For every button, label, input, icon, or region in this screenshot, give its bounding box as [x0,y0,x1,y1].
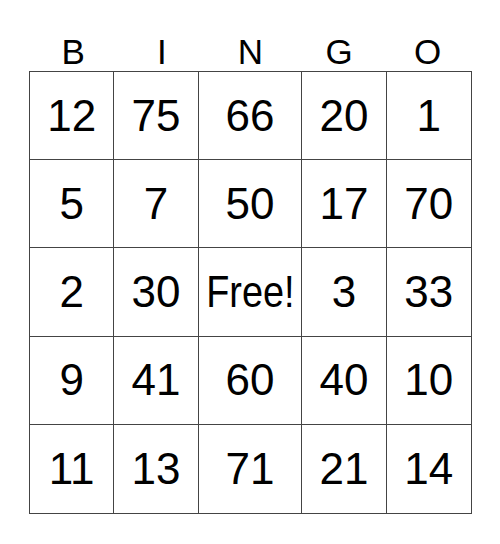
bingo-cell-r1c2[interactable]: 50 [199,160,303,248]
bingo-cell-r1c0[interactable]: 5 [30,160,114,248]
bingo-cell-r4c2[interactable]: 71 [199,425,303,513]
bingo-cell-r3c4[interactable]: 10 [387,337,471,425]
bingo-cell-r4c0[interactable]: 11 [30,425,114,513]
bingo-cell-r0c2[interactable]: 66 [199,72,303,160]
bingo-cell-r3c3[interactable]: 40 [302,337,386,425]
bingo-cell-r0c0[interactable]: 12 [30,72,114,160]
bingo-cell-r4c3[interactable]: 21 [302,425,386,513]
header-letter-n: N [206,0,295,71]
bingo-card: B I N G O 12 75 66 20 1 5 7 50 17 70 2 3… [0,0,500,544]
header-letter-o: O [383,0,472,71]
header-letter-g: G [295,0,384,71]
header-letter-b: B [29,0,118,71]
bingo-cell-r0c1[interactable]: 75 [114,72,198,160]
bingo-cell-r2c3[interactable]: 3 [302,248,386,336]
bingo-cell-r1c1[interactable]: 7 [114,160,198,248]
bingo-cell-r0c3[interactable]: 20 [302,72,386,160]
bingo-cell-r2c1[interactable]: 30 [114,248,198,336]
bingo-grid: 12 75 66 20 1 5 7 50 17 70 2 30 Free! 3 … [29,71,472,514]
bingo-cell-r0c4[interactable]: 1 [387,72,471,160]
bingo-cell-r3c1[interactable]: 41 [114,337,198,425]
bingo-cell-free[interactable]: Free! [199,248,303,336]
bingo-cell-r1c3[interactable]: 17 [302,160,386,248]
bingo-header: B I N G O [29,0,472,71]
free-space-label: Free! [206,270,294,314]
bingo-cell-r3c0[interactable]: 9 [30,337,114,425]
bingo-cell-r3c2[interactable]: 60 [199,337,303,425]
bingo-cell-r2c0[interactable]: 2 [30,248,114,336]
bingo-cell-r2c4[interactable]: 33 [387,248,471,336]
bingo-cell-r4c1[interactable]: 13 [114,425,198,513]
header-letter-i: I [118,0,207,71]
bingo-cell-r4c4[interactable]: 14 [387,425,471,513]
bingo-cell-r1c4[interactable]: 70 [387,160,471,248]
